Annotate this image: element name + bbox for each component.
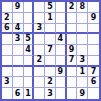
sudoku-cell-r8c5[interactable]: 2: [45, 77, 56, 88]
sudoku-cell-r2c2[interactable]: [13, 13, 24, 24]
sudoku-cell-r9c3[interactable]: 1: [24, 88, 35, 99]
sudoku-cell-r7c3[interactable]: [24, 67, 35, 78]
sudoku-cell-r7c1[interactable]: [2, 67, 13, 78]
sudoku-cell-r4c8[interactable]: [77, 34, 88, 45]
sudoku-cell-r7c8[interactable]: 1: [77, 67, 88, 78]
sudoku-cell-r4c3[interactable]: 5: [24, 34, 35, 45]
sudoku-cell-r2c5[interactable]: 1: [45, 13, 56, 24]
sudoku-cell-r5c8[interactable]: [77, 45, 88, 56]
sudoku-cell-r4c6[interactable]: 4: [56, 34, 67, 45]
sudoku-cell-r3c5[interactable]: [45, 24, 56, 35]
sudoku-cell-r9c7[interactable]: [67, 88, 78, 99]
sudoku-cell-r9c6[interactable]: [56, 88, 67, 99]
sudoku-cell-r5c7[interactable]: 9: [67, 45, 78, 56]
sudoku-cell-r4c9[interactable]: [88, 34, 99, 45]
sudoku-cell-r1c1[interactable]: [2, 2, 13, 13]
sudoku-cell-r7c2[interactable]: [13, 67, 24, 78]
sudoku-cell-r8c1[interactable]: 3: [2, 77, 13, 88]
sudoku-cell-r3c3[interactable]: [24, 24, 35, 35]
sudoku-cell-r1c7[interactable]: 2: [67, 2, 78, 13]
sudoku-cell-r6c1[interactable]: [2, 56, 13, 67]
sudoku-cell-r5c1[interactable]: [2, 45, 13, 56]
sudoku-board: 95282196433544792739173266139: [0, 0, 101, 101]
sudoku-cell-r5c2[interactable]: [13, 45, 24, 56]
sudoku-cell-r5c9[interactable]: [88, 45, 99, 56]
sudoku-cell-r7c6[interactable]: 9: [56, 67, 67, 78]
sudoku-cell-r2c1[interactable]: 2: [2, 13, 13, 24]
sudoku-cell-r4c5[interactable]: [45, 34, 56, 45]
sudoku-cell-r9c4[interactable]: [34, 88, 45, 99]
sudoku-cell-r3c2[interactable]: 4: [13, 24, 24, 35]
sudoku-cell-r6c7[interactable]: 7: [67, 56, 78, 67]
sudoku-cell-r8c4[interactable]: [34, 77, 45, 88]
sudoku-cell-r8c2[interactable]: [13, 77, 24, 88]
sudoku-cell-r2c7[interactable]: [67, 13, 78, 24]
sudoku-cell-r2c3[interactable]: [24, 13, 35, 24]
sudoku-cell-r5c5[interactable]: 7: [45, 45, 56, 56]
sudoku-cell-r1c4[interactable]: [34, 2, 45, 13]
sudoku-cell-r6c4[interactable]: 2: [34, 56, 45, 67]
sudoku-cell-r9c8[interactable]: 9: [77, 88, 88, 99]
sudoku-cell-r5c3[interactable]: 4: [24, 45, 35, 56]
sudoku-cell-r6c2[interactable]: [13, 56, 24, 67]
sudoku-cell-r7c5[interactable]: [45, 67, 56, 78]
sudoku-cell-r8c8[interactable]: [77, 77, 88, 88]
sudoku-cell-r1c6[interactable]: [56, 2, 67, 13]
sudoku-cell-r7c4[interactable]: [34, 67, 45, 78]
sudoku-cell-r9c1[interactable]: [2, 88, 13, 99]
sudoku-cell-r3c1[interactable]: 6: [2, 24, 13, 35]
sudoku-cell-r2c4[interactable]: [34, 13, 45, 24]
sudoku-cell-r7c7[interactable]: [67, 67, 78, 78]
sudoku-cell-r3c4[interactable]: 3: [34, 24, 45, 35]
sudoku-cell-r1c8[interactable]: 8: [77, 2, 88, 13]
sudoku-cell-r3c7[interactable]: [67, 24, 78, 35]
sudoku-cell-r4c1[interactable]: [2, 34, 13, 45]
sudoku-cell-r6c8[interactable]: 3: [77, 56, 88, 67]
sudoku-cell-r5c6[interactable]: [56, 45, 67, 56]
sudoku-cell-r2c6[interactable]: [56, 13, 67, 24]
sudoku-cell-r9c5[interactable]: 3: [45, 88, 56, 99]
sudoku-cell-r9c2[interactable]: 6: [13, 88, 24, 99]
sudoku-cell-r8c6[interactable]: [56, 77, 67, 88]
sudoku-cell-r1c5[interactable]: 5: [45, 2, 56, 13]
sudoku-cell-r4c7[interactable]: [67, 34, 78, 45]
sudoku-cell-r6c6[interactable]: [56, 56, 67, 67]
sudoku-cell-r6c5[interactable]: [45, 56, 56, 67]
sudoku-cell-r1c3[interactable]: [24, 2, 35, 13]
sudoku-cell-r9c9[interactable]: [88, 88, 99, 99]
sudoku-cell-r3c6[interactable]: [56, 24, 67, 35]
sudoku-cell-r4c2[interactable]: 3: [13, 34, 24, 45]
sudoku-cell-r2c8[interactable]: [77, 13, 88, 24]
sudoku-cell-r8c7[interactable]: [67, 77, 78, 88]
sudoku-cell-r3c9[interactable]: [88, 24, 99, 35]
sudoku-cell-r3c8[interactable]: [77, 24, 88, 35]
sudoku-cell-r5c4[interactable]: [34, 45, 45, 56]
sudoku-cell-r8c3[interactable]: [24, 77, 35, 88]
sudoku-cell-r8c9[interactable]: 6: [88, 77, 99, 88]
sudoku-cell-r7c9[interactable]: 7: [88, 67, 99, 78]
sudoku-cell-r6c9[interactable]: [88, 56, 99, 67]
sudoku-cell-r4c4[interactable]: [34, 34, 45, 45]
sudoku-cell-r6c3[interactable]: [24, 56, 35, 67]
sudoku-cell-r1c2[interactable]: 9: [13, 2, 24, 13]
sudoku-cell-r1c9[interactable]: [88, 2, 99, 13]
sudoku-cell-r2c9[interactable]: 9: [88, 13, 99, 24]
